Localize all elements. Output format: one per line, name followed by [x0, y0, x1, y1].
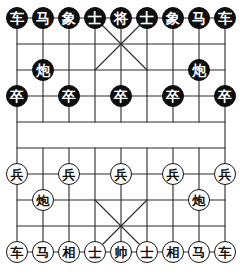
board-point-f4-r1: 士 [82, 5, 108, 31]
piece-red-elephant[interactable]: 相 [162, 241, 184, 263]
piece-red-cannon[interactable]: 炮 [188, 189, 210, 211]
piece-red-soldier[interactable]: 兵 [162, 163, 184, 185]
piece-black-general[interactable]: 将 [110, 7, 132, 29]
board-point-f6-r10: 士 [134, 239, 160, 265]
board-point-f9-r1: 车 [212, 5, 238, 31]
piece-red-chariot[interactable]: 车 [6, 241, 28, 263]
piece-black-horse[interactable]: 马 [188, 7, 210, 29]
piece-red-horse[interactable]: 马 [32, 241, 54, 263]
piece-red-advisor[interactable]: 士 [84, 241, 106, 263]
piece-black-cannon[interactable]: 炮 [188, 59, 210, 81]
piece-red-soldier[interactable]: 兵 [110, 163, 132, 185]
board-point-f1-r1: 车 [4, 5, 30, 31]
piece-red-cannon[interactable]: 炮 [32, 189, 54, 211]
piece-black-horse[interactable]: 马 [32, 7, 54, 29]
board-point-f4-r10: 士 [82, 239, 108, 265]
board-point-f5-r1: 将 [108, 5, 134, 31]
piece-black-elephant[interactable]: 象 [58, 7, 80, 29]
board-point-f2-r3: 炮 [30, 57, 56, 83]
piece-red-soldier[interactable]: 兵 [6, 163, 28, 185]
piece-red-soldier[interactable]: 兵 [58, 163, 80, 185]
piece-black-soldier[interactable]: 卒 [214, 85, 236, 107]
board-point-f7-r4: 卒 [160, 83, 186, 109]
piece-red-chariot[interactable]: 车 [214, 241, 236, 263]
board-point-f2-r10: 马 [30, 239, 56, 265]
board-point-f8-r1: 马 [186, 5, 212, 31]
board-point-f8-r8: 炮 [186, 187, 212, 213]
board-point-f3-r10: 相 [56, 239, 82, 265]
xiangqi-diagram: 车马象士将士象马车炮炮卒卒卒卒卒兵兵兵兵兵炮炮车马相士帅士相马车 [0, 0, 240, 274]
piece-black-soldier[interactable]: 卒 [58, 85, 80, 107]
board-point-f5-r7: 兵 [108, 161, 134, 187]
board-point-f1-r10: 车 [4, 239, 30, 265]
board-point-f9-r7: 兵 [212, 161, 238, 187]
board-point-f8-r10: 马 [186, 239, 212, 265]
board-point-f1-r7: 兵 [4, 161, 30, 187]
board-point-f8-r3: 炮 [186, 57, 212, 83]
piece-black-chariot[interactable]: 车 [6, 7, 28, 29]
board-point-f9-r4: 卒 [212, 83, 238, 109]
piece-red-soldier[interactable]: 兵 [214, 163, 236, 185]
piece-black-soldier[interactable]: 卒 [162, 85, 184, 107]
board-point-f6-r1: 士 [134, 5, 160, 31]
board-point-f2-r8: 炮 [30, 187, 56, 213]
piece-black-advisor[interactable]: 士 [136, 7, 158, 29]
board-point-f7-r10: 相 [160, 239, 186, 265]
board-point-f7-r1: 象 [160, 5, 186, 31]
board-point-f7-r7: 兵 [160, 161, 186, 187]
piece-red-general[interactable]: 帅 [110, 241, 132, 263]
piece-black-soldier[interactable]: 卒 [6, 85, 28, 107]
piece-black-cannon[interactable]: 炮 [32, 59, 54, 81]
board-point-f3-r1: 象 [56, 5, 82, 31]
piece-red-advisor[interactable]: 士 [136, 241, 158, 263]
board-point-f3-r7: 兵 [56, 161, 82, 187]
board-point-f2-r1: 马 [30, 5, 56, 31]
board-point-f3-r4: 卒 [56, 83, 82, 109]
board-point-f1-r4: 卒 [4, 83, 30, 109]
board-point-f5-r4: 卒 [108, 83, 134, 109]
board-point-f9-r10: 车 [212, 239, 238, 265]
piece-red-horse[interactable]: 马 [188, 241, 210, 263]
piece-black-elephant[interactable]: 象 [162, 7, 184, 29]
piece-black-advisor[interactable]: 士 [84, 7, 106, 29]
piece-black-soldier[interactable]: 卒 [110, 85, 132, 107]
board-point-f5-r10: 帅 [108, 239, 134, 265]
piece-black-chariot[interactable]: 车 [214, 7, 236, 29]
piece-red-elephant[interactable]: 相 [58, 241, 80, 263]
xiangqi-board: 车马象士将士象马车炮炮卒卒卒卒卒兵兵兵兵兵炮炮车马相士帅士相马车 [4, 5, 238, 265]
